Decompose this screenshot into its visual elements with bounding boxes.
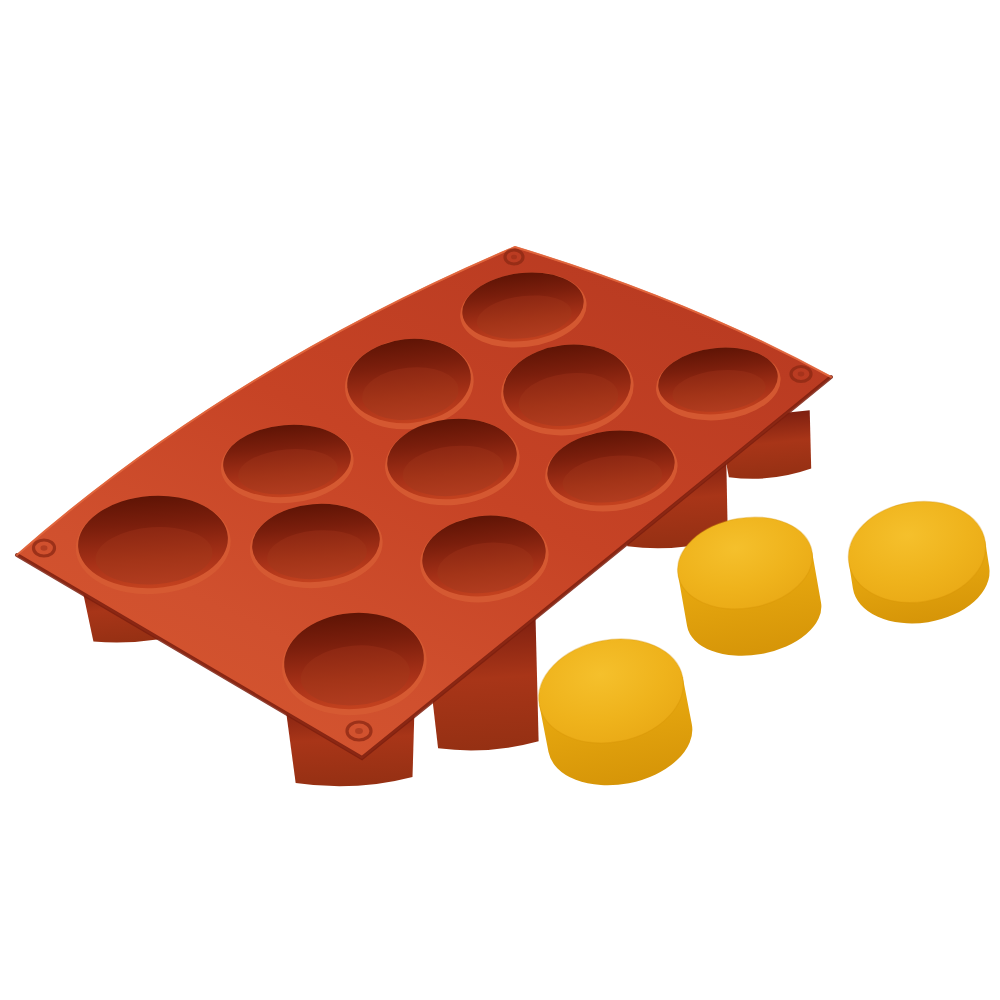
puck-1 [530,627,701,797]
product-photo [0,0,1000,1000]
puck-3 [841,492,996,633]
rivet-top-dot [511,255,517,260]
rivet-bottom-dot [355,728,363,734]
product-photo-canvas [0,0,1000,1000]
rivet-left-dot [41,545,48,550]
rivet-right-dot [798,372,805,377]
